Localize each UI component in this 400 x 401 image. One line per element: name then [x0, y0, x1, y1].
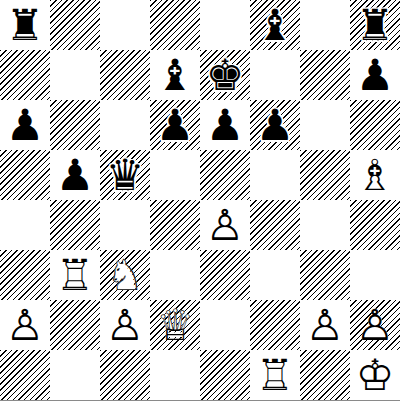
square-b7[interactable] — [50, 50, 100, 100]
piece-solid-glyph: ♚ — [200, 50, 250, 100]
piece-outline-glyph: ♙ — [300, 300, 350, 350]
piece-wR-f1: ♜♖ — [250, 350, 300, 400]
piece-solid-glyph: ♜ — [350, 0, 400, 50]
square-c2[interactable]: ♟♙ — [100, 300, 150, 350]
square-h1[interactable]: ♚♔ — [350, 350, 400, 400]
square-g4[interactable] — [300, 200, 350, 250]
piece-solid-glyph: ♟ — [250, 100, 300, 150]
square-a3[interactable] — [0, 250, 50, 300]
square-f8[interactable]: ♝ — [250, 0, 300, 50]
piece-bP-e6: ♟ — [200, 100, 250, 150]
square-f5[interactable] — [250, 150, 300, 200]
square-h6[interactable] — [350, 100, 400, 150]
piece-outline-glyph: ♖ — [50, 250, 100, 300]
square-g6[interactable] — [300, 100, 350, 150]
square-e7[interactable]: ♚ — [200, 50, 250, 100]
square-c3[interactable]: ♞♘ — [100, 250, 150, 300]
piece-wN-c3: ♞♘ — [100, 250, 150, 300]
piece-wP-a2: ♟♙ — [0, 300, 50, 350]
square-e8[interactable] — [200, 0, 250, 50]
square-a7[interactable] — [0, 50, 50, 100]
piece-bB-d7: ♝ — [150, 50, 200, 100]
piece-outline-glyph: ♙ — [350, 300, 400, 350]
piece-outline-glyph: ♙ — [200, 200, 250, 250]
square-g8[interactable] — [300, 0, 350, 50]
square-d8[interactable] — [150, 0, 200, 50]
square-d3[interactable] — [150, 250, 200, 300]
square-g5[interactable] — [300, 150, 350, 200]
piece-bB-f8: ♝ — [250, 0, 300, 50]
piece-wK-h1: ♚♔ — [350, 350, 400, 400]
piece-bR-h8: ♜ — [350, 0, 400, 50]
square-f4[interactable] — [250, 200, 300, 250]
square-d1[interactable] — [150, 350, 200, 400]
square-c7[interactable] — [100, 50, 150, 100]
square-d2[interactable]: ♛♕ — [150, 300, 200, 350]
piece-outline-glyph: ♘ — [100, 250, 150, 300]
chess-diagram: ♜♝♜♝♚♟♟♟♟♟♟♛♝♗♟♙♜♖♞♘♟♙♟♙♛♕♟♙♟♙♜♖♚♔ — [0, 0, 400, 401]
piece-solid-glyph: ♜ — [0, 0, 50, 50]
square-g2[interactable]: ♟♙ — [300, 300, 350, 350]
piece-bP-f6: ♟ — [250, 100, 300, 150]
piece-solid-glyph: ♟ — [50, 150, 100, 200]
piece-solid-glyph: ♛ — [100, 150, 150, 200]
square-g3[interactable] — [300, 250, 350, 300]
square-h5[interactable]: ♝♗ — [350, 150, 400, 200]
square-c8[interactable] — [100, 0, 150, 50]
piece-bP-b5: ♟ — [50, 150, 100, 200]
piece-wB-h5: ♝♗ — [350, 150, 400, 200]
chess-board: ♜♝♜♝♚♟♟♟♟♟♟♛♝♗♟♙♜♖♞♘♟♙♟♙♛♕♟♙♟♙♜♖♚♔ — [0, 0, 400, 401]
square-f1[interactable]: ♜♖ — [250, 350, 300, 400]
piece-outline-glyph: ♙ — [0, 300, 50, 350]
square-g1[interactable] — [300, 350, 350, 400]
piece-wP-c2: ♟♙ — [100, 300, 150, 350]
piece-wP-g2: ♟♙ — [300, 300, 350, 350]
piece-outline-glyph: ♔ — [350, 350, 400, 400]
square-d7[interactable]: ♝ — [150, 50, 200, 100]
piece-bR-a8: ♜ — [0, 0, 50, 50]
piece-outline-glyph: ♕ — [150, 300, 200, 350]
square-f3[interactable] — [250, 250, 300, 300]
square-a5[interactable] — [0, 150, 50, 200]
piece-wQ-d2: ♛♕ — [150, 300, 200, 350]
piece-solid-glyph: ♟ — [150, 100, 200, 150]
square-b4[interactable] — [50, 200, 100, 250]
square-h7[interactable]: ♟ — [350, 50, 400, 100]
square-d6[interactable]: ♟ — [150, 100, 200, 150]
square-h3[interactable] — [350, 250, 400, 300]
piece-solid-glyph: ♝ — [150, 50, 200, 100]
square-e5[interactable] — [200, 150, 250, 200]
piece-bK-e7: ♚ — [200, 50, 250, 100]
square-e4[interactable]: ♟♙ — [200, 200, 250, 250]
piece-bP-h7: ♟ — [350, 50, 400, 100]
square-b1[interactable] — [50, 350, 100, 400]
square-g7[interactable] — [300, 50, 350, 100]
square-f7[interactable] — [250, 50, 300, 100]
square-b6[interactable] — [50, 100, 100, 150]
square-h4[interactable] — [350, 200, 400, 250]
square-b3[interactable]: ♜♖ — [50, 250, 100, 300]
piece-outline-glyph: ♙ — [100, 300, 150, 350]
piece-wP-e4: ♟♙ — [200, 200, 250, 250]
square-f2[interactable] — [250, 300, 300, 350]
square-a2[interactable]: ♟♙ — [0, 300, 50, 350]
square-e3[interactable] — [200, 250, 250, 300]
square-e1[interactable] — [200, 350, 250, 400]
piece-solid-glyph: ♝ — [250, 0, 300, 50]
square-b2[interactable] — [50, 300, 100, 350]
piece-bQ-c5: ♛ — [100, 150, 150, 200]
piece-solid-glyph: ♟ — [350, 50, 400, 100]
piece-bP-a6: ♟ — [0, 100, 50, 150]
piece-outline-glyph: ♖ — [250, 350, 300, 400]
piece-wP-h2: ♟♙ — [350, 300, 400, 350]
piece-solid-glyph: ♟ — [0, 100, 50, 150]
square-c4[interactable] — [100, 200, 150, 250]
piece-outline-glyph: ♗ — [350, 150, 400, 200]
piece-solid-glyph: ♟ — [200, 100, 250, 150]
square-f6[interactable]: ♟ — [250, 100, 300, 150]
square-c6[interactable] — [100, 100, 150, 150]
square-a6[interactable]: ♟ — [0, 100, 50, 150]
square-e6[interactable]: ♟ — [200, 100, 250, 150]
square-a1[interactable] — [0, 350, 50, 400]
piece-wR-b3: ♜♖ — [50, 250, 100, 300]
square-d4[interactable] — [150, 200, 200, 250]
piece-bP-d6: ♟ — [150, 100, 200, 150]
square-h2[interactable]: ♟♙ — [350, 300, 400, 350]
square-a4[interactable] — [0, 200, 50, 250]
square-h8[interactable]: ♜ — [350, 0, 400, 50]
square-d5[interactable] — [150, 150, 200, 200]
square-c1[interactable] — [100, 350, 150, 400]
square-e2[interactable] — [200, 300, 250, 350]
square-c5[interactable]: ♛ — [100, 150, 150, 200]
square-b8[interactable] — [50, 0, 100, 50]
square-b5[interactable]: ♟ — [50, 150, 100, 200]
square-a8[interactable]: ♜ — [0, 0, 50, 50]
